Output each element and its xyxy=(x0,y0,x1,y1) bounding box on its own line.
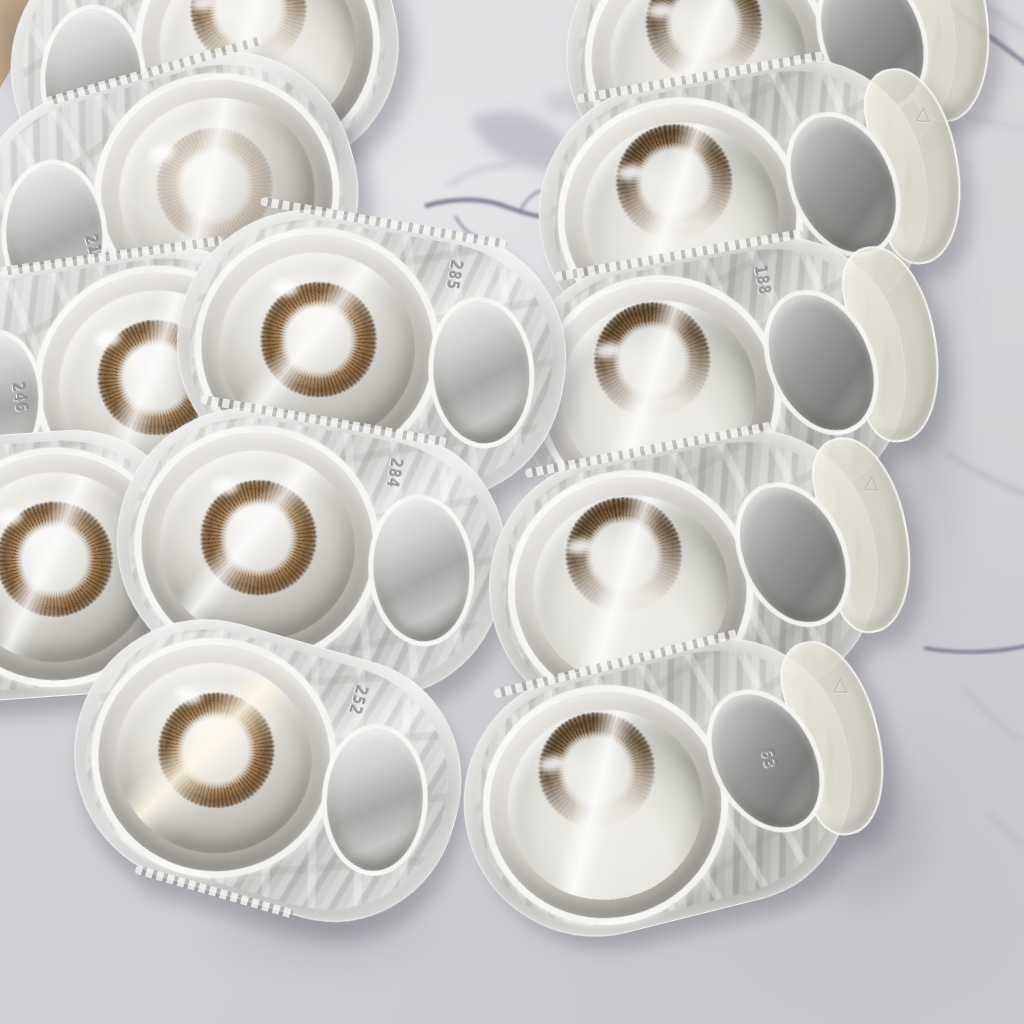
specular-glare xyxy=(487,689,723,921)
photo-canvas: 214 212 246 xyxy=(0,0,1024,1024)
blister-dome xyxy=(487,689,723,921)
recycle-icon: △ xyxy=(916,101,932,125)
recycle-icon: △ xyxy=(834,672,849,695)
blister-dome xyxy=(94,640,335,877)
specular-glare xyxy=(94,640,335,877)
recycle-icon: △ xyxy=(864,470,880,494)
